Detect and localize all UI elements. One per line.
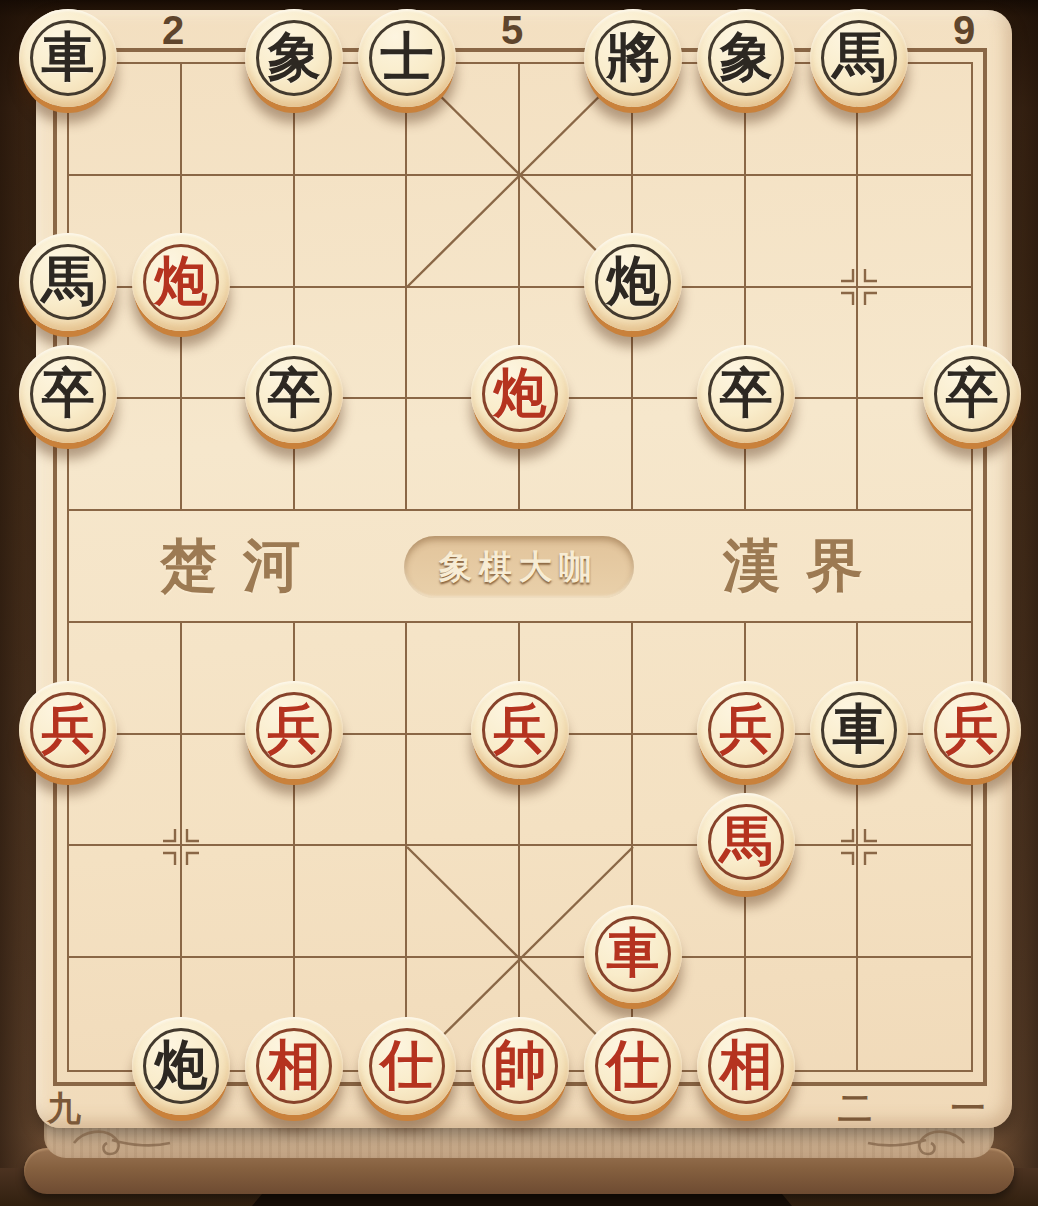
file-label-bottom-二: 二 [838, 1086, 872, 1132]
piece-red-horse[interactable]: 馬 [697, 793, 795, 891]
piece-red-soldier[interactable]: 兵 [471, 681, 569, 779]
piece-black-soldier[interactable]: 卒 [923, 345, 1021, 443]
piece-glyph: 車 [833, 703, 886, 758]
piece-black-elephant[interactable]: 象 [697, 9, 795, 107]
piece-glyph: 象 [720, 31, 773, 86]
piece-glyph: 仕 [607, 1039, 660, 1094]
piece-black-cannon[interactable]: 炮 [584, 233, 682, 331]
piece-red-cannon[interactable]: 炮 [132, 233, 230, 331]
piece-glyph: 炮 [155, 1039, 208, 1094]
piece-glyph: 馬 [720, 815, 773, 870]
piece-glyph: 車 [607, 927, 660, 982]
river-label-left: 楚河 [160, 528, 326, 605]
piece-glyph: 車 [42, 31, 95, 86]
piece-glyph: 馬 [42, 255, 95, 310]
grid-cell [295, 176, 408, 288]
piece-red-soldier[interactable]: 兵 [697, 681, 795, 779]
piece-black-soldier[interactable]: 卒 [19, 345, 117, 443]
piece-glyph: 兵 [42, 703, 95, 758]
piece-glyph: 卒 [720, 367, 773, 422]
xiangqi-app: 楚河 漢界 象棋大咖 259 九二一 車象士將象馬馬炮炮卒卒炮卒卒兵兵兵兵車兵馬… [0, 0, 1038, 1206]
grid-cell [407, 846, 520, 958]
piece-glyph: 帥 [494, 1039, 547, 1094]
piece-black-cannon[interactable]: 炮 [132, 1017, 230, 1115]
piece-red-general[interactable]: 帥 [471, 1017, 569, 1115]
piece-glyph: 馬 [833, 31, 886, 86]
piece-black-elephant[interactable]: 象 [245, 9, 343, 107]
piece-glyph: 卒 [946, 367, 999, 422]
piece-glyph: 兵 [494, 703, 547, 758]
piece-glyph: 炮 [494, 367, 547, 422]
grid-cell [858, 176, 971, 288]
board-stand-shadow [252, 1193, 792, 1206]
piece-red-elephant[interactable]: 相 [245, 1017, 343, 1115]
piece-glyph: 士 [381, 31, 434, 86]
piece-black-chariot[interactable]: 車 [810, 681, 908, 779]
grid-cell [858, 846, 971, 958]
grid-cell [182, 846, 295, 958]
file-label-top-9: 9 [953, 8, 975, 53]
grid-cell [69, 846, 182, 958]
piece-glyph: 兵 [946, 703, 999, 758]
piece-glyph: 相 [268, 1039, 321, 1094]
file-label-top-5: 5 [501, 8, 523, 53]
file-label-bottom-一: 一 [951, 1086, 985, 1132]
piece-black-soldier[interactable]: 卒 [697, 345, 795, 443]
piece-red-chariot[interactable]: 車 [584, 905, 682, 1003]
piece-black-horse[interactable]: 馬 [810, 9, 908, 107]
piece-glyph: 將 [607, 31, 660, 86]
grid-cell [858, 958, 971, 1070]
piece-glyph: 兵 [268, 703, 321, 758]
piece-black-general[interactable]: 將 [584, 9, 682, 107]
grid-cell [746, 176, 859, 288]
piece-red-soldier[interactable]: 兵 [923, 681, 1021, 779]
file-label-top-2: 2 [162, 8, 184, 53]
grid-cell [407, 176, 520, 288]
piece-red-soldier[interactable]: 兵 [245, 681, 343, 779]
piece-black-soldier[interactable]: 卒 [245, 345, 343, 443]
piece-glyph: 卒 [42, 367, 95, 422]
piece-red-soldier[interactable]: 兵 [19, 681, 117, 779]
grid-cell [295, 846, 408, 958]
piece-black-chariot[interactable]: 車 [19, 9, 117, 107]
piece-glyph: 相 [720, 1039, 773, 1094]
piece-black-horse[interactable]: 馬 [19, 233, 117, 331]
piece-glyph: 仕 [381, 1039, 434, 1094]
piece-glyph: 卒 [268, 367, 321, 422]
app-badge: 象棋大咖 [404, 536, 634, 598]
app-badge-label: 象棋大咖 [439, 545, 599, 590]
piece-glyph: 兵 [720, 703, 773, 758]
piece-glyph: 炮 [155, 255, 208, 310]
file-label-bottom-九: 九 [47, 1086, 81, 1132]
piece-red-advisor[interactable]: 仕 [358, 1017, 456, 1115]
piece-red-elephant[interactable]: 相 [697, 1017, 795, 1115]
piece-black-advisor[interactable]: 士 [358, 9, 456, 107]
piece-red-advisor[interactable]: 仕 [584, 1017, 682, 1115]
piece-glyph: 炮 [607, 255, 660, 310]
piece-glyph: 象 [268, 31, 321, 86]
river-label-right: 漢界 [723, 528, 889, 605]
piece-red-cannon[interactable]: 炮 [471, 345, 569, 443]
